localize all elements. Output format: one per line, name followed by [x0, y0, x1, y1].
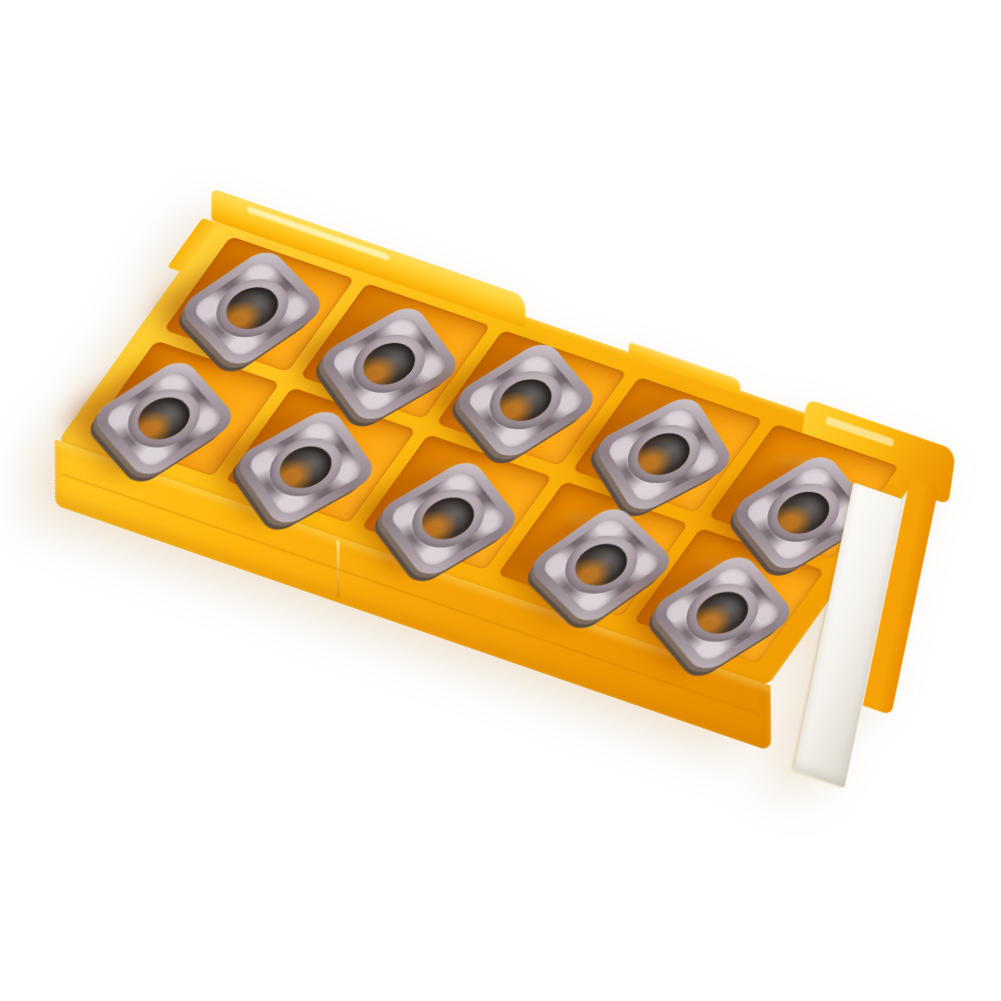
carbide-insert [450, 337, 601, 463]
insert-tray [57, 212, 932, 686]
latch-highlight [825, 416, 894, 447]
carbide-insert [175, 245, 328, 371]
product-photo-scene [0, 0, 1001, 1001]
